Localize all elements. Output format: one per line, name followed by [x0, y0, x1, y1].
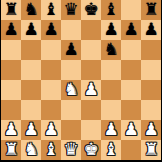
square-d8[interactable]: ♛ [61, 0, 81, 20]
piece-black-pawn: ♟ [103, 19, 118, 39]
square-g8[interactable] [121, 0, 141, 20]
square-c6[interactable] [41, 40, 61, 60]
piece-white-king: ♚ [83, 139, 98, 159]
square-c4[interactable] [41, 80, 61, 100]
piece-black-pawn: ♟ [3, 19, 18, 39]
square-e6[interactable] [81, 40, 101, 60]
square-c8[interactable]: ♝ [41, 0, 61, 20]
square-b1[interactable]: ♞ [21, 140, 41, 160]
square-a3[interactable] [1, 100, 21, 120]
square-f5[interactable] [101, 60, 121, 80]
square-g5[interactable] [121, 60, 141, 80]
square-d5[interactable] [61, 60, 81, 80]
piece-black-pawn: ♟ [123, 19, 138, 39]
square-a2[interactable]: ♟ [1, 120, 21, 140]
piece-white-pawn: ♟ [23, 119, 38, 139]
piece-black-bishop: ♝ [103, 0, 118, 19]
piece-white-pawn: ♟ [83, 79, 98, 99]
square-e7[interactable] [81, 20, 101, 40]
square-f6[interactable]: ♞ [101, 40, 121, 60]
square-h2[interactable]: ♟ [141, 120, 161, 140]
square-b8[interactable]: ♞ [21, 0, 41, 20]
square-b5[interactable] [21, 60, 41, 80]
square-a7[interactable]: ♟ [1, 20, 21, 40]
square-b3[interactable] [21, 100, 41, 120]
chess-board: ♜♞♝♛♚♝♜♟♟♟♟♟♟♟♞♞♟♟♟♟♟♟♟♜♞♝♛♚♝♜ [1, 0, 161, 160]
square-d6[interactable]: ♟ [61, 40, 81, 60]
square-f8[interactable]: ♝ [101, 0, 121, 20]
piece-white-bishop: ♝ [43, 139, 58, 159]
square-a1[interactable]: ♜ [1, 140, 21, 160]
square-c2[interactable]: ♟ [41, 120, 61, 140]
square-g4[interactable] [121, 80, 141, 100]
piece-black-rook: ♜ [3, 0, 18, 19]
piece-white-pawn: ♟ [3, 119, 18, 139]
square-b4[interactable] [21, 80, 41, 100]
piece-white-bishop: ♝ [103, 139, 118, 159]
piece-black-rook: ♜ [143, 0, 158, 19]
piece-white-pawn: ♟ [143, 119, 158, 139]
piece-black-bishop: ♝ [43, 0, 58, 19]
square-h3[interactable] [141, 100, 161, 120]
square-g3[interactable] [121, 100, 141, 120]
square-h6[interactable] [141, 40, 161, 60]
square-g7[interactable]: ♟ [121, 20, 141, 40]
square-f7[interactable]: ♟ [101, 20, 121, 40]
piece-black-pawn: ♟ [43, 19, 58, 39]
square-c3[interactable] [41, 100, 61, 120]
square-d4[interactable]: ♞ [61, 80, 81, 100]
square-a6[interactable] [1, 40, 21, 60]
square-e1[interactable]: ♚ [81, 140, 101, 160]
square-h7[interactable]: ♟ [141, 20, 161, 40]
square-c5[interactable] [41, 60, 61, 80]
square-c7[interactable]: ♟ [41, 20, 61, 40]
piece-white-knight: ♞ [63, 79, 78, 99]
piece-white-pawn: ♟ [43, 119, 58, 139]
piece-white-pawn: ♟ [123, 119, 138, 139]
square-h1[interactable]: ♜ [141, 140, 161, 160]
square-d2[interactable] [61, 120, 81, 140]
chess-board-frame: ♜♞♝♛♚♝♜♟♟♟♟♟♟♟♞♞♟♟♟♟♟♟♟♜♞♝♛♚♝♜ [0, 0, 162, 162]
piece-white-pawn: ♟ [103, 119, 118, 139]
square-f4[interactable] [101, 80, 121, 100]
square-b2[interactable]: ♟ [21, 120, 41, 140]
square-g6[interactable] [121, 40, 141, 60]
square-h5[interactable] [141, 60, 161, 80]
square-e8[interactable]: ♚ [81, 0, 101, 20]
square-d7[interactable] [61, 20, 81, 40]
square-d3[interactable] [61, 100, 81, 120]
piece-black-pawn: ♟ [143, 19, 158, 39]
piece-black-pawn: ♟ [23, 19, 38, 39]
piece-black-king: ♚ [83, 0, 98, 19]
piece-black-knight: ♞ [23, 0, 38, 19]
square-a8[interactable]: ♜ [1, 0, 21, 20]
square-h4[interactable] [141, 80, 161, 100]
piece-white-queen: ♛ [63, 139, 78, 159]
piece-black-queen: ♛ [63, 0, 78, 19]
square-d1[interactable]: ♛ [61, 140, 81, 160]
piece-black-knight: ♞ [103, 39, 118, 59]
square-f2[interactable]: ♟ [101, 120, 121, 140]
square-a5[interactable] [1, 60, 21, 80]
square-h8[interactable]: ♜ [141, 0, 161, 20]
square-c1[interactable]: ♝ [41, 140, 61, 160]
piece-white-rook: ♜ [143, 139, 158, 159]
square-f1[interactable]: ♝ [101, 140, 121, 160]
square-e3[interactable] [81, 100, 101, 120]
piece-black-pawn: ♟ [63, 39, 78, 59]
piece-white-knight: ♞ [23, 139, 38, 159]
square-e5[interactable] [81, 60, 101, 80]
square-e4[interactable]: ♟ [81, 80, 101, 100]
square-g2[interactable]: ♟ [121, 120, 141, 140]
square-a4[interactable] [1, 80, 21, 100]
square-e2[interactable] [81, 120, 101, 140]
square-b6[interactable] [21, 40, 41, 60]
square-b7[interactable]: ♟ [21, 20, 41, 40]
piece-white-rook: ♜ [3, 139, 18, 159]
square-f3[interactable] [101, 100, 121, 120]
square-g1[interactable] [121, 140, 141, 160]
